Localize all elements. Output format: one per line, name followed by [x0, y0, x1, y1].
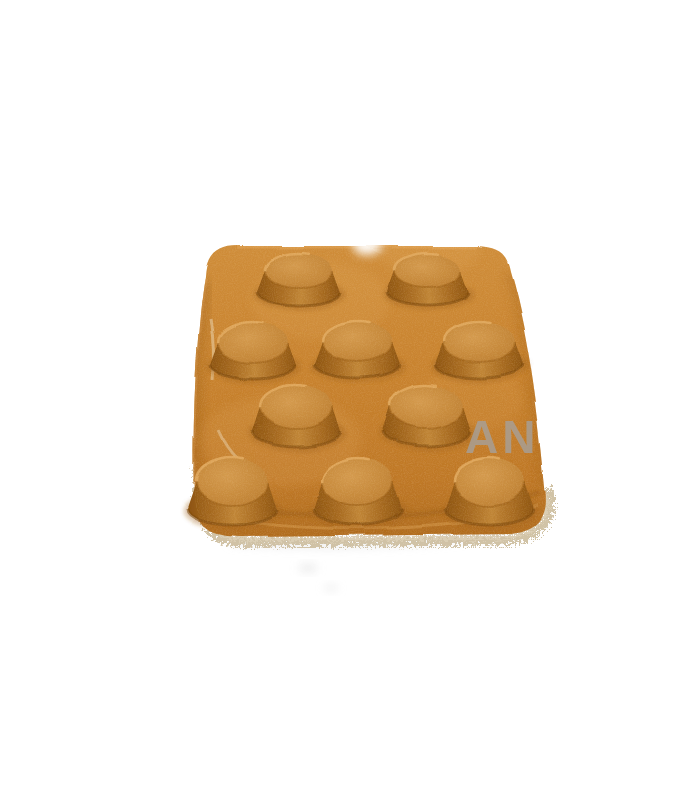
shadow-smudge — [298, 564, 318, 572]
shadow-smudge — [324, 585, 338, 592]
grain-overlay-dark — [193, 246, 545, 537]
product-photo-svg: AN — [0, 0, 700, 800]
product-photo: AN — [0, 0, 700, 800]
tray — [183, 225, 546, 537]
watermark-text: AN — [465, 411, 539, 463]
glare-spot — [354, 237, 382, 255]
